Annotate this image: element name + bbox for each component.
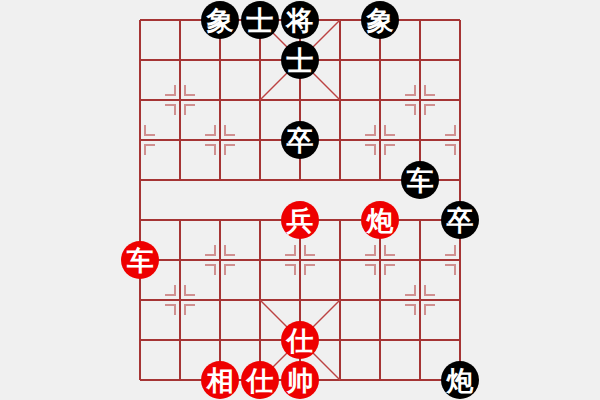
piece-black-elephant[interactable]: 象 [361,1,399,39]
xiangqi-screen: 象士将象士卒车卒炮车兵炮仕相仕帅 [0,0,600,400]
piece-black-soldier[interactable]: 卒 [281,121,319,159]
piece-black-advisor[interactable]: 士 [241,1,279,39]
piece-red-advisor[interactable]: 仕 [281,321,319,359]
piece-black-chariot[interactable]: 车 [401,161,439,199]
piece-black-soldier[interactable]: 卒 [441,201,479,239]
piece-red-chariot[interactable]: 车 [121,241,159,279]
piece-red-cannon[interactable]: 炮 [361,201,399,239]
piece-red-advisor[interactable]: 仕 [241,361,279,399]
piece-black-general[interactable]: 将 [281,1,319,39]
piece-black-advisor[interactable]: 士 [281,41,319,79]
piece-black-cannon[interactable]: 炮 [441,361,479,399]
piece-black-elephant[interactable]: 象 [201,1,239,39]
xiangqi-board: 象士将象士卒车卒炮车兵炮仕相仕帅 [120,0,480,400]
piece-red-general[interactable]: 帅 [281,361,319,399]
piece-red-soldier[interactable]: 兵 [281,201,319,239]
piece-red-elephant[interactable]: 相 [201,361,239,399]
